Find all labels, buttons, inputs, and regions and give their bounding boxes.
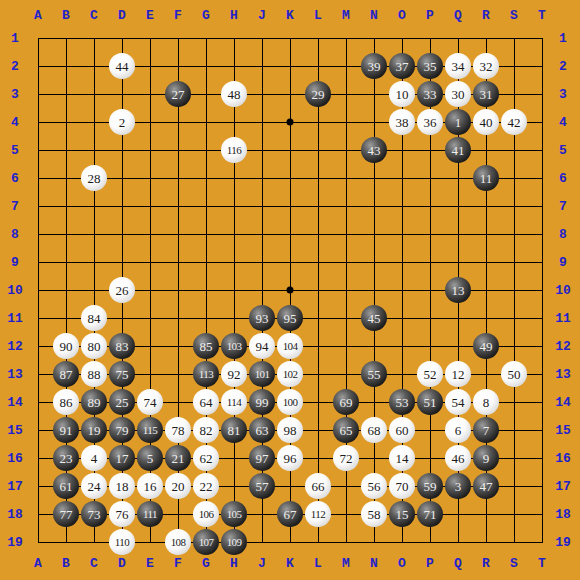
star-point-K4 [287, 119, 294, 126]
stone-black-J13-move-101[interactable]: 101 [249, 361, 275, 387]
go-board[interactable]: AABBCCDDEEFFGGHHJJKKLLMMNNOOPPQQRRSSTT11… [0, 0, 580, 580]
stone-white-G18-move-106[interactable]: 106 [193, 501, 219, 527]
col-label-bottom-H: H [230, 557, 238, 570]
row-label-left-10: 10 [7, 284, 23, 297]
stone-white-P4-move-36[interactable]: 36 [417, 109, 443, 135]
row-label-right-18: 18 [555, 508, 571, 521]
row-label-left-6: 6 [11, 172, 19, 185]
row-label-left-2: 2 [11, 60, 19, 73]
stone-white-O16-move-14[interactable]: 14 [389, 445, 415, 471]
stone-white-G14-move-64[interactable]: 64 [193, 389, 219, 415]
col-label-bottom-E: E [146, 557, 154, 570]
row-label-left-4: 4 [11, 116, 19, 129]
stone-white-F17-move-20[interactable]: 20 [165, 473, 191, 499]
stone-black-Q10-move-13[interactable]: 13 [445, 277, 471, 303]
stone-black-J16-move-97[interactable]: 97 [249, 445, 275, 471]
stone-black-H12-move-103[interactable]: 103 [221, 333, 247, 359]
col-label-top-Q: Q [454, 9, 462, 22]
stone-white-C12-move-80[interactable]: 80 [81, 333, 107, 359]
stone-black-F16-move-21[interactable]: 21 [165, 445, 191, 471]
stone-white-K15-move-98[interactable]: 98 [277, 417, 303, 443]
stone-black-P3-move-33[interactable]: 33 [417, 81, 443, 107]
stone-black-B13-move-87[interactable]: 87 [53, 361, 79, 387]
stone-black-D14-move-25[interactable]: 25 [109, 389, 135, 415]
row-label-right-9: 9 [559, 256, 567, 269]
row-label-right-3: 3 [559, 88, 567, 101]
stone-black-B18-move-77[interactable]: 77 [53, 501, 79, 527]
stone-black-R12-move-49[interactable]: 49 [473, 333, 499, 359]
col-label-top-S: S [510, 9, 518, 22]
stone-white-Q15-move-6[interactable]: 6 [445, 417, 471, 443]
row-label-right-5: 5 [559, 144, 567, 157]
stone-white-M16-move-72[interactable]: 72 [333, 445, 359, 471]
stone-black-J11-move-93[interactable]: 93 [249, 305, 275, 331]
stone-black-O18-move-15[interactable]: 15 [389, 501, 415, 527]
stone-white-D17-move-18[interactable]: 18 [109, 473, 135, 499]
col-label-bottom-L: L [314, 557, 322, 570]
row-label-left-8: 8 [11, 228, 19, 241]
row-label-right-2: 2 [559, 60, 567, 73]
stone-black-M15-move-65[interactable]: 65 [333, 417, 359, 443]
col-label-bottom-J: J [258, 557, 266, 570]
stone-black-C14-move-89[interactable]: 89 [81, 389, 107, 415]
stone-white-F19-move-108[interactable]: 108 [165, 529, 191, 555]
stone-white-D4-move-2[interactable]: 2 [109, 109, 135, 135]
stone-white-K13-move-102[interactable]: 102 [277, 361, 303, 387]
stone-white-H14-move-114[interactable]: 114 [221, 389, 247, 415]
stone-black-J14-move-99[interactable]: 99 [249, 389, 275, 415]
row-label-right-7: 7 [559, 200, 567, 213]
row-label-left-13: 13 [7, 368, 23, 381]
stone-black-R3-move-31[interactable]: 31 [473, 81, 499, 107]
col-label-bottom-C: C [90, 557, 98, 570]
row-label-right-15: 15 [555, 424, 571, 437]
stone-white-C11-move-84[interactable]: 84 [81, 305, 107, 331]
row-label-right-12: 12 [555, 340, 571, 353]
col-label-top-K: K [286, 9, 294, 22]
stone-black-D12-move-83[interactable]: 83 [109, 333, 135, 359]
stone-white-C17-move-24[interactable]: 24 [81, 473, 107, 499]
stone-black-Q17-move-3[interactable]: 3 [445, 473, 471, 499]
row-label-left-17: 17 [7, 480, 23, 493]
stone-white-K16-move-96[interactable]: 96 [277, 445, 303, 471]
stone-white-D10-move-26[interactable]: 26 [109, 277, 135, 303]
stone-white-R4-move-40[interactable]: 40 [473, 109, 499, 135]
row-label-right-14: 14 [555, 396, 571, 409]
stone-black-F3-move-27[interactable]: 27 [165, 81, 191, 107]
col-label-bottom-Q: Q [454, 557, 462, 570]
stone-white-Q2-move-34[interactable]: 34 [445, 53, 471, 79]
col-label-bottom-N: N [370, 557, 378, 570]
row-label-right-16: 16 [555, 452, 571, 465]
stone-black-R6-move-11[interactable]: 11 [473, 165, 499, 191]
row-label-left-16: 16 [7, 452, 23, 465]
stone-black-G19-move-107[interactable]: 107 [193, 529, 219, 555]
stone-black-D15-move-79[interactable]: 79 [109, 417, 135, 443]
row-label-right-6: 6 [559, 172, 567, 185]
stone-black-E18-move-111[interactable]: 111 [137, 501, 163, 527]
row-label-left-1: 1 [11, 32, 19, 45]
row-label-left-3: 3 [11, 88, 19, 101]
stone-white-C13-move-88[interactable]: 88 [81, 361, 107, 387]
stone-black-N2-move-39[interactable]: 39 [361, 53, 387, 79]
col-label-bottom-D: D [118, 557, 126, 570]
row-label-right-19: 19 [555, 536, 571, 549]
stone-white-Q16-move-46[interactable]: 46 [445, 445, 471, 471]
col-label-bottom-F: F [174, 557, 182, 570]
col-label-bottom-K: K [286, 557, 294, 570]
col-label-bottom-P: P [426, 557, 434, 570]
stone-white-S4-move-42[interactable]: 42 [501, 109, 527, 135]
col-label-bottom-A: A [34, 557, 42, 570]
row-label-left-15: 15 [7, 424, 23, 437]
stone-black-P17-move-59[interactable]: 59 [417, 473, 443, 499]
col-label-top-M: M [342, 9, 350, 22]
stone-black-R15-move-7[interactable]: 7 [473, 417, 499, 443]
col-label-bottom-O: O [398, 557, 406, 570]
stone-white-N18-move-58[interactable]: 58 [361, 501, 387, 527]
col-label-top-E: E [146, 9, 154, 22]
col-label-bottom-R: R [482, 557, 490, 570]
stone-white-D18-move-76[interactable]: 76 [109, 501, 135, 527]
row-label-left-19: 19 [7, 536, 23, 549]
col-label-top-R: R [482, 9, 490, 22]
col-label-top-H: H [230, 9, 238, 22]
col-label-top-C: C [90, 9, 98, 22]
stone-black-G13-move-113[interactable]: 113 [193, 361, 219, 387]
stone-white-L17-move-66[interactable]: 66 [305, 473, 331, 499]
stone-black-N5-move-43[interactable]: 43 [361, 137, 387, 163]
stone-black-E16-move-5[interactable]: 5 [137, 445, 163, 471]
stone-white-B14-move-86[interactable]: 86 [53, 389, 79, 415]
col-label-top-F: F [174, 9, 182, 22]
col-label-top-A: A [34, 9, 42, 22]
col-label-bottom-G: G [202, 557, 210, 570]
stone-white-G17-move-22[interactable]: 22 [193, 473, 219, 499]
stone-white-N17-move-56[interactable]: 56 [361, 473, 387, 499]
stone-white-Q3-move-30[interactable]: 30 [445, 81, 471, 107]
stone-black-P18-move-71[interactable]: 71 [417, 501, 443, 527]
stone-black-H15-move-81[interactable]: 81 [221, 417, 247, 443]
col-label-top-G: G [202, 9, 210, 22]
row-label-left-5: 5 [11, 144, 19, 157]
stone-black-R16-move-9[interactable]: 9 [473, 445, 499, 471]
col-label-top-P: P [426, 9, 434, 22]
stone-white-D2-move-44[interactable]: 44 [109, 53, 135, 79]
row-label-right-4: 4 [559, 116, 567, 129]
stone-white-K14-move-100[interactable]: 100 [277, 389, 303, 415]
stone-white-L18-move-112[interactable]: 112 [305, 501, 331, 527]
row-label-left-14: 14 [7, 396, 23, 409]
row-label-right-11: 11 [555, 312, 571, 325]
stone-black-C18-move-73[interactable]: 73 [81, 501, 107, 527]
stone-black-P14-move-51[interactable]: 51 [417, 389, 443, 415]
stone-black-C15-move-19[interactable]: 19 [81, 417, 107, 443]
stone-black-O14-move-53[interactable]: 53 [389, 389, 415, 415]
row-label-right-1: 1 [559, 32, 567, 45]
stone-black-O2-move-37[interactable]: 37 [389, 53, 415, 79]
stone-white-O15-move-60[interactable]: 60 [389, 417, 415, 443]
row-label-left-12: 12 [7, 340, 23, 353]
stone-white-S13-move-50[interactable]: 50 [501, 361, 527, 387]
stone-white-O3-move-10[interactable]: 10 [389, 81, 415, 107]
row-label-right-17: 17 [555, 480, 571, 493]
stone-white-Q14-move-54[interactable]: 54 [445, 389, 471, 415]
row-label-left-9: 9 [11, 256, 19, 269]
stone-black-B17-move-61[interactable]: 61 [53, 473, 79, 499]
col-label-bottom-M: M [342, 557, 350, 570]
stone-white-H5-move-116[interactable]: 116 [221, 137, 247, 163]
col-label-top-D: D [118, 9, 126, 22]
col-label-top-L: L [314, 9, 322, 22]
stone-black-P2-move-35[interactable]: 35 [417, 53, 443, 79]
stone-black-G12-move-85[interactable]: 85 [193, 333, 219, 359]
stone-white-Q13-move-12[interactable]: 12 [445, 361, 471, 387]
col-label-bottom-S: S [510, 557, 518, 570]
stone-black-H19-move-109[interactable]: 109 [221, 529, 247, 555]
stone-black-N11-move-45[interactable]: 45 [361, 305, 387, 331]
stone-white-N15-move-68[interactable]: 68 [361, 417, 387, 443]
stone-black-D13-move-75[interactable]: 75 [109, 361, 135, 387]
stone-white-K12-move-104[interactable]: 104 [277, 333, 303, 359]
stone-black-R17-move-47[interactable]: 47 [473, 473, 499, 499]
stone-black-N13-move-55[interactable]: 55 [361, 361, 387, 387]
stone-white-G16-move-62[interactable]: 62 [193, 445, 219, 471]
row-label-right-8: 8 [559, 228, 567, 241]
stone-black-K11-move-95[interactable]: 95 [277, 305, 303, 331]
stone-black-B16-move-23[interactable]: 23 [53, 445, 79, 471]
stone-white-C6-move-28[interactable]: 28 [81, 165, 107, 191]
stone-white-G15-move-82[interactable]: 82 [193, 417, 219, 443]
stone-white-E14-move-74[interactable]: 74 [137, 389, 163, 415]
stone-white-R2-move-32[interactable]: 32 [473, 53, 499, 79]
stone-white-C16-move-4[interactable]: 4 [81, 445, 107, 471]
stone-white-J12-move-94[interactable]: 94 [249, 333, 275, 359]
col-label-top-T: T [538, 9, 546, 22]
stone-white-E17-move-16[interactable]: 16 [137, 473, 163, 499]
stone-black-K18-move-67[interactable]: 67 [277, 501, 303, 527]
row-label-left-7: 7 [11, 200, 19, 213]
stone-black-L3-move-29[interactable]: 29 [305, 81, 331, 107]
stone-black-E15-move-115[interactable]: 115 [137, 417, 163, 443]
stone-white-R14-move-8[interactable]: 8 [473, 389, 499, 415]
stone-white-O4-move-38[interactable]: 38 [389, 109, 415, 135]
stone-black-H18-move-105[interactable]: 105 [221, 501, 247, 527]
stone-white-B12-move-90[interactable]: 90 [53, 333, 79, 359]
col-label-top-O: O [398, 9, 406, 22]
col-label-top-B: B [62, 9, 70, 22]
col-label-bottom-B: B [62, 557, 70, 570]
stone-black-B15-move-91[interactable]: 91 [53, 417, 79, 443]
stone-black-J15-move-63[interactable]: 63 [249, 417, 275, 443]
stone-black-M14-move-69[interactable]: 69 [333, 389, 359, 415]
stone-black-Q5-move-41[interactable]: 41 [445, 137, 471, 163]
stone-white-F15-move-78[interactable]: 78 [165, 417, 191, 443]
stone-white-H13-move-92[interactable]: 92 [221, 361, 247, 387]
stone-white-D19-move-110[interactable]: 110 [109, 529, 135, 555]
stone-black-J17-move-57[interactable]: 57 [249, 473, 275, 499]
stone-white-P13-move-52[interactable]: 52 [417, 361, 443, 387]
row-label-right-10: 10 [555, 284, 571, 297]
col-label-top-N: N [370, 9, 378, 22]
stone-white-O17-move-70[interactable]: 70 [389, 473, 415, 499]
stone-white-H3-move-48[interactable]: 48 [221, 81, 247, 107]
row-label-left-18: 18 [7, 508, 23, 521]
star-point-K10 [287, 287, 294, 294]
stone-black-D16-move-17[interactable]: 17 [109, 445, 135, 471]
row-label-left-11: 11 [7, 312, 23, 325]
col-label-bottom-T: T [538, 557, 546, 570]
stone-black-Q4-move-1[interactable]: 1 [445, 109, 471, 135]
row-label-right-13: 13 [555, 368, 571, 381]
col-label-top-J: J [258, 9, 266, 22]
